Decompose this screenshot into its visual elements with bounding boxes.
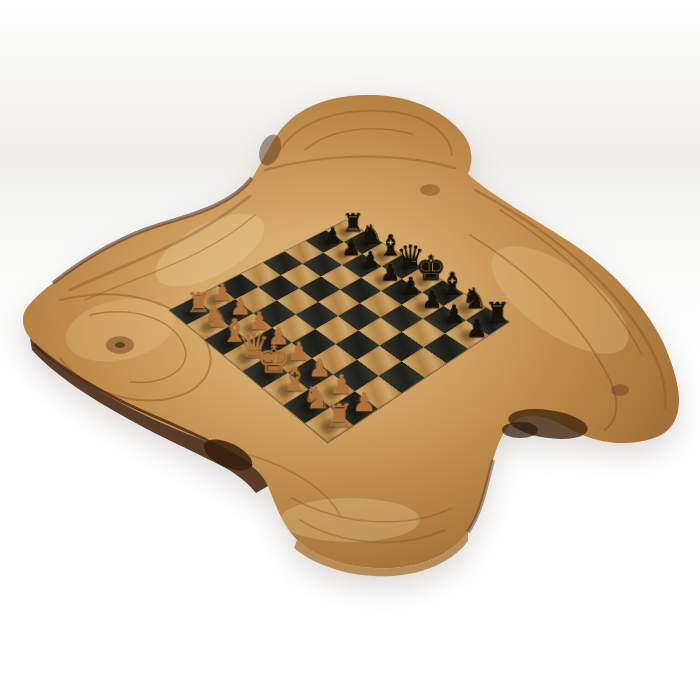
black-pawn-h7[interactable]: ♟ (439, 316, 515, 341)
product-photo-scene: ♜♟♟♜♞♟♟♞♝♟♟♝♛♟♟♛♚♟♟♚♝♟♟♝♞♟♟♞♜♟♟♜ (0, 0, 700, 700)
white-rook-h1[interactable]: ♜ (297, 400, 382, 432)
